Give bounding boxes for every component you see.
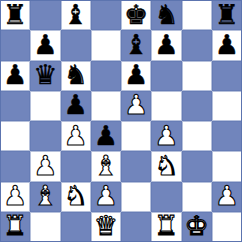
square-c8[interactable]: ♝	[61, 0, 91, 30]
square-b1[interactable]	[30, 212, 60, 242]
square-e4[interactable]	[121, 121, 151, 151]
white-pawn-icon[interactable]: ♟	[64, 122, 88, 149]
black-pawn-icon[interactable]: ♟	[215, 31, 239, 58]
black-pawn-icon[interactable]: ♟	[154, 31, 178, 58]
square-c4[interactable]: ♟	[61, 121, 91, 151]
square-g5[interactable]	[182, 91, 212, 121]
white-knight-icon[interactable]: ♞	[154, 152, 178, 179]
black-pawn-icon[interactable]: ♟	[94, 122, 118, 149]
black-king-icon[interactable]: ♚	[124, 1, 148, 28]
square-h8[interactable]: ♜	[212, 0, 242, 30]
square-d7[interactable]	[91, 30, 121, 60]
black-rook-icon[interactable]: ♜	[215, 1, 239, 28]
square-g7[interactable]	[182, 30, 212, 60]
square-b2[interactable]: ♝	[30, 182, 60, 212]
black-pawn-icon[interactable]: ♟	[33, 31, 57, 58]
square-d3[interactable]: ♝	[91, 151, 121, 181]
square-c7[interactable]	[61, 30, 91, 60]
white-pawn-icon[interactable]: ♟	[33, 152, 57, 179]
square-f5[interactable]	[151, 91, 181, 121]
square-d2[interactable]: ♟	[91, 182, 121, 212]
white-bishop-icon[interactable]: ♝	[33, 182, 57, 209]
square-a7[interactable]	[0, 30, 30, 60]
square-f1[interactable]: ♜	[151, 212, 181, 242]
square-d1[interactable]: ♛	[91, 212, 121, 242]
square-b3[interactable]: ♟	[30, 151, 60, 181]
square-f4[interactable]: ♟	[151, 121, 181, 151]
square-d8[interactable]	[91, 0, 121, 30]
square-b8[interactable]	[30, 0, 60, 30]
black-pawn-icon[interactable]: ♟	[64, 91, 88, 118]
square-e1[interactable]	[121, 212, 151, 242]
square-e3[interactable]	[121, 151, 151, 181]
chess-board: ♜♝♚♞♜♟♝♟♟♟♛♞♟♟♟♟♟♟♟♝♞♟♝♞♟♟♜♛♜♚	[0, 0, 242, 242]
square-b7[interactable]: ♟	[30, 30, 60, 60]
black-bishop-icon[interactable]: ♝	[124, 31, 148, 58]
square-h6[interactable]	[212, 61, 242, 91]
square-g4[interactable]	[182, 121, 212, 151]
square-f6[interactable]	[151, 61, 181, 91]
square-h4[interactable]	[212, 121, 242, 151]
white-pawn-icon[interactable]: ♟	[124, 91, 148, 118]
white-king-icon[interactable]: ♚	[185, 212, 209, 239]
square-h1[interactable]	[212, 212, 242, 242]
square-e2[interactable]	[121, 182, 151, 212]
square-h2[interactable]: ♟	[212, 182, 242, 212]
black-pawn-icon[interactable]: ♟	[3, 61, 27, 88]
white-rook-icon[interactable]: ♜	[3, 212, 27, 239]
square-c2[interactable]: ♞	[61, 182, 91, 212]
square-h5[interactable]	[212, 91, 242, 121]
black-pawn-icon[interactable]: ♟	[124, 61, 148, 88]
white-pawn-icon[interactable]: ♟	[154, 122, 178, 149]
white-knight-icon[interactable]: ♞	[64, 182, 88, 209]
square-a3[interactable]	[0, 151, 30, 181]
square-c5[interactable]: ♟	[61, 91, 91, 121]
square-g8[interactable]	[182, 0, 212, 30]
square-d4[interactable]: ♟	[91, 121, 121, 151]
square-g3[interactable]	[182, 151, 212, 181]
square-a5[interactable]	[0, 91, 30, 121]
square-g2[interactable]	[182, 182, 212, 212]
white-bishop-icon[interactable]: ♝	[94, 152, 118, 179]
square-e8[interactable]: ♚	[121, 0, 151, 30]
square-a2[interactable]: ♟	[0, 182, 30, 212]
black-queen-icon[interactable]: ♛	[33, 61, 57, 88]
black-rook-icon[interactable]: ♜	[3, 1, 27, 28]
square-f2[interactable]	[151, 182, 181, 212]
square-c6[interactable]: ♞	[61, 61, 91, 91]
square-e7[interactable]: ♝	[121, 30, 151, 60]
square-f8[interactable]: ♞	[151, 0, 181, 30]
square-c3[interactable]	[61, 151, 91, 181]
square-g6[interactable]	[182, 61, 212, 91]
square-e6[interactable]: ♟	[121, 61, 151, 91]
square-f3[interactable]: ♞	[151, 151, 181, 181]
square-b4[interactable]	[30, 121, 60, 151]
square-g1[interactable]: ♚	[182, 212, 212, 242]
square-b6[interactable]: ♛	[30, 61, 60, 91]
black-knight-icon[interactable]: ♞	[64, 61, 88, 88]
white-queen-icon[interactable]: ♛	[94, 212, 118, 239]
square-a1[interactable]: ♜	[0, 212, 30, 242]
square-h7[interactable]: ♟	[212, 30, 242, 60]
square-b5[interactable]	[30, 91, 60, 121]
square-h3[interactable]	[212, 151, 242, 181]
square-a6[interactable]: ♟	[0, 61, 30, 91]
square-d6[interactable]	[91, 61, 121, 91]
square-f7[interactable]: ♟	[151, 30, 181, 60]
white-rook-icon[interactable]: ♜	[154, 212, 178, 239]
white-pawn-icon[interactable]: ♟	[215, 182, 239, 209]
white-pawn-icon[interactable]: ♟	[3, 182, 27, 209]
square-c1[interactable]	[61, 212, 91, 242]
black-knight-icon[interactable]: ♞	[154, 1, 178, 28]
square-d5[interactable]	[91, 91, 121, 121]
square-a8[interactable]: ♜	[0, 0, 30, 30]
black-bishop-icon[interactable]: ♝	[64, 1, 88, 28]
square-e5[interactable]: ♟	[121, 91, 151, 121]
white-pawn-icon[interactable]: ♟	[94, 182, 118, 209]
square-a4[interactable]	[0, 121, 30, 151]
